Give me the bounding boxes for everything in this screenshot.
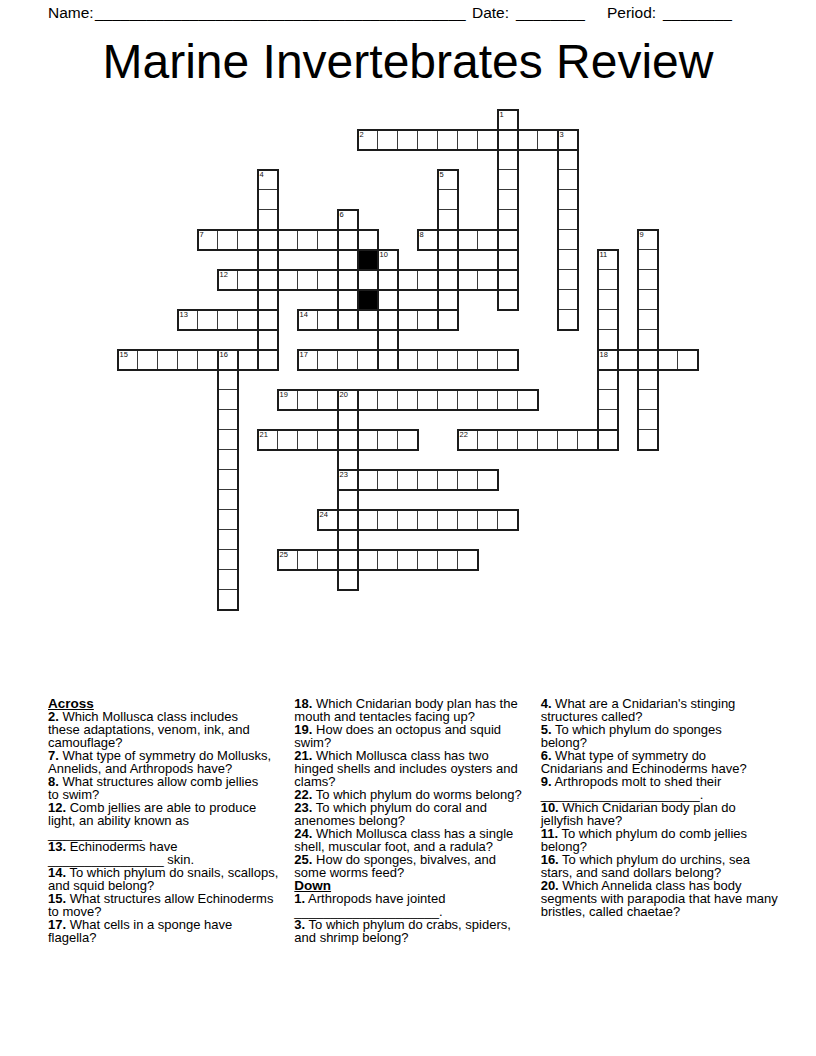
grid-cell[interactable] — [157, 349, 179, 371]
grid-cell[interactable] — [277, 429, 299, 451]
grid-cell[interactable] — [437, 349, 459, 371]
grid-cell[interactable] — [497, 129, 519, 151]
grid-cell[interactable] — [477, 509, 499, 531]
grid-cell[interactable] — [377, 349, 399, 371]
grid-cell[interactable] — [337, 289, 359, 311]
grid-cell[interactable] — [457, 269, 479, 291]
grid-cell[interactable] — [217, 569, 239, 591]
grid-cell[interactable] — [417, 269, 439, 291]
clue-text: To which phylum do comb jellies belong? — [541, 826, 747, 854]
grid-cell[interactable] — [317, 429, 339, 451]
grid-cell[interactable] — [517, 429, 539, 451]
grid-cell[interactable] — [397, 429, 419, 451]
grid-cell[interactable] — [497, 429, 519, 451]
grid-cell[interactable] — [217, 529, 239, 551]
grid-cell[interactable] — [557, 169, 579, 191]
grid-cell[interactable] — [557, 209, 579, 231]
name-label: Name: — [48, 4, 94, 22]
grid-cell[interactable] — [337, 509, 359, 531]
across-clue-2: 2. Which Mollusca class includes these a… — [48, 710, 286, 749]
grid-cell[interactable] — [117, 349, 139, 371]
grid-cell[interactable] — [557, 129, 579, 151]
clue-text: Which Cnidarian body plan has the mouth … — [294, 696, 517, 724]
grid-cell[interactable] — [517, 129, 539, 151]
grid-cell[interactable] — [497, 149, 519, 171]
grid-cell[interactable] — [337, 569, 359, 591]
grid-cell[interactable] — [357, 469, 379, 491]
grid-cell[interactable] — [257, 269, 279, 291]
grid-cell[interactable] — [337, 309, 359, 331]
grid-cell[interactable] — [257, 289, 279, 311]
grid-cell[interactable] — [317, 389, 339, 411]
grid-cell[interactable] — [197, 229, 219, 251]
grid-cell[interactable] — [457, 429, 479, 451]
grid-cell[interactable] — [217, 349, 239, 371]
grid-cell[interactable] — [217, 409, 239, 431]
grid-cell[interactable] — [337, 489, 359, 511]
grid-cell[interactable] — [477, 389, 499, 411]
grid-cell[interactable] — [297, 269, 319, 291]
grid-cell[interactable] — [277, 229, 299, 251]
grid-cell[interactable] — [237, 229, 259, 251]
grid-cell[interactable] — [397, 549, 419, 571]
grid-cell[interactable] — [537, 429, 559, 451]
grid-cell[interactable] — [397, 509, 419, 531]
date-blank-line[interactable]: ________ — [516, 4, 585, 22]
clue-text: Which Annelida class has body segments w… — [541, 878, 778, 919]
grid-cell[interactable] — [337, 269, 359, 291]
grid-cell[interactable] — [257, 249, 279, 271]
grid-cell[interactable] — [257, 169, 279, 191]
grid-cell[interactable] — [377, 249, 399, 271]
grid-cell[interactable] — [397, 469, 419, 491]
grid-cell[interactable] — [217, 429, 239, 451]
grid-cell[interactable] — [557, 189, 579, 211]
grid-cell[interactable] — [597, 429, 619, 451]
grid-cell[interactable] — [337, 549, 359, 571]
grid-cell[interactable] — [337, 529, 359, 551]
grid-cell[interactable] — [597, 269, 619, 291]
grid-cell[interactable] — [397, 129, 419, 151]
crossword-worksheet: Name: __________________________________… — [0, 0, 816, 1056]
grid-cell[interactable] — [357, 309, 379, 331]
grid-cell[interactable] — [517, 389, 539, 411]
name-blank-line[interactable]: ________________________________________… — [95, 4, 466, 22]
page-title: Marine Invertebrates Review — [0, 36, 816, 88]
down-clue-3: 3. To which phylum do crabs, spiders, an… — [294, 918, 532, 944]
grid-cell[interactable] — [357, 229, 379, 251]
clue-text: Which Mollusca class has two hinged shel… — [294, 748, 517, 789]
grid-cell[interactable] — [437, 389, 459, 411]
grid-cell[interactable] — [317, 229, 339, 251]
grid-cell[interactable] — [637, 249, 659, 271]
grid-cell[interactable] — [457, 229, 479, 251]
grid-cell[interactable] — [377, 549, 399, 571]
down-clue-20: 20. Which Annelida class has body segmen… — [541, 879, 779, 918]
down-clue-4: 4. What are a Cnidarian's stinging struc… — [541, 697, 779, 723]
grid-cell[interactable] — [637, 349, 659, 371]
grid-cell[interactable] — [337, 349, 359, 371]
grid-cell[interactable] — [637, 369, 659, 391]
grid-cell[interactable] — [357, 389, 379, 411]
grid-cell[interactable] — [217, 489, 239, 511]
grid-cell[interactable] — [557, 269, 579, 291]
grid-cell[interactable] — [657, 349, 679, 371]
grid-cell[interactable] — [297, 229, 319, 251]
grid-cell[interactable] — [417, 389, 439, 411]
grid-cell[interactable] — [417, 349, 439, 371]
clue-text: What structures allow Echinoderms to mov… — [48, 891, 273, 919]
grid-cell[interactable] — [357, 429, 379, 451]
grid-cell[interactable] — [397, 349, 419, 371]
grid-cell[interactable] — [317, 309, 339, 331]
grid-cell[interactable] — [477, 429, 499, 451]
across-clue-14: 14. To which phylum do snails, scallops,… — [48, 866, 286, 892]
down-clue-6: 6. What type of symmetry do Cnidarians a… — [541, 749, 779, 775]
down-clue-10: 10. Which Cnidarian body plan do jellyfi… — [541, 801, 779, 827]
grid-cell[interactable] — [417, 509, 439, 531]
grid-cell[interactable] — [217, 229, 239, 251]
across-clue-17: 17. What cells in a sponge have flagella… — [48, 918, 286, 944]
grid-cell[interactable] — [637, 329, 659, 351]
grid-cell[interactable] — [397, 309, 419, 331]
grid-cell[interactable] — [237, 309, 259, 331]
grid-cell[interactable] — [497, 109, 519, 131]
grid-cell[interactable] — [597, 249, 619, 271]
grid-cell[interactable] — [317, 509, 339, 531]
across-clue-12: 12. Comb jellies are able to produce lig… — [48, 801, 286, 840]
grid-cell[interactable] — [437, 289, 459, 311]
grid-cell[interactable] — [297, 349, 319, 371]
grid-cell[interactable] — [637, 229, 659, 251]
clue-text: To which phylum do snails, scallops, and… — [48, 865, 278, 893]
clue-text: Which Mollusca class has a single shell,… — [294, 826, 513, 854]
grid-cell[interactable] — [337, 389, 359, 411]
grid-cell[interactable] — [297, 429, 319, 451]
grid-cell[interactable] — [637, 309, 659, 331]
grid-cell[interactable] — [357, 349, 379, 371]
grid-cell[interactable] — [357, 509, 379, 531]
grid-cell[interactable] — [437, 509, 459, 531]
grid-cell[interactable] — [377, 129, 399, 151]
grid-cell[interactable] — [437, 209, 459, 231]
clue-text: To which phylum do urchins, sea stars, a… — [541, 852, 750, 880]
grid-cell[interactable] — [477, 269, 499, 291]
grid-cell[interactable] — [497, 289, 519, 311]
grid-cell[interactable] — [437, 129, 459, 151]
across-clue-19: 19. How does an octopus and squid swim? — [294, 723, 532, 749]
grid-cell[interactable] — [277, 389, 299, 411]
grid-cell[interactable] — [437, 309, 459, 331]
grid-cell[interactable] — [477, 469, 499, 491]
grid-cell[interactable] — [437, 169, 459, 191]
across-clue-13: 13. Echinoderms have ________________ sk… — [48, 840, 286, 866]
grid-cell[interactable] — [257, 229, 279, 251]
grid-cell[interactable] — [477, 129, 499, 151]
down-clue-9: 9. Arthropods molt to shed their _______… — [541, 775, 779, 801]
grid-cell[interactable] — [497, 509, 519, 531]
grid-cell[interactable] — [637, 269, 659, 291]
grid-cell[interactable] — [197, 349, 219, 371]
period-label: Period: — [607, 4, 656, 22]
clue-text: What structures allow comb jellies to sw… — [48, 774, 258, 802]
grid-cell[interactable] — [197, 309, 219, 331]
grid-cell[interactable] — [217, 549, 239, 571]
grid-cell[interactable] — [397, 269, 419, 291]
grid-cell[interactable] — [417, 549, 439, 571]
grid-cell[interactable] — [277, 549, 299, 571]
clue-text: What cells in a sponge have flagella? — [48, 917, 232, 945]
grid-cell[interactable] — [317, 549, 339, 571]
grid-cell[interactable] — [377, 289, 399, 311]
grid-cell[interactable] — [457, 549, 479, 571]
clue-text: Comb jellies are able to produce light, … — [48, 800, 256, 841]
grid-cell[interactable] — [417, 469, 439, 491]
across-clue-7: 7. What type of symmetry do Mollusks, An… — [48, 749, 286, 775]
grid-cell[interactable] — [377, 269, 399, 291]
across-clue-18: 18. Which Cnidarian body plan has the mo… — [294, 697, 532, 723]
down-clue-16: 16. To which phylum do urchins, sea star… — [541, 853, 779, 879]
grid-cell[interactable] — [597, 309, 619, 331]
grid-cell[interactable] — [337, 429, 359, 451]
grid-cell[interactable] — [377, 509, 399, 531]
grid-cell[interactable] — [217, 509, 239, 531]
grid-cell[interactable] — [337, 249, 359, 271]
down-clue-11: 11. To which phylum do comb jellies belo… — [541, 827, 779, 853]
grid-cell[interactable] — [557, 229, 579, 251]
grid-cell[interactable] — [457, 129, 479, 151]
clue-text: What type of symmetry do Mollusks, Annel… — [48, 748, 271, 776]
grid-cell[interactable] — [597, 289, 619, 311]
grid-cell[interactable] — [557, 249, 579, 271]
clue-text: Which Cnidarian body plan do jellyfish h… — [541, 800, 736, 828]
across-clue-25: 25. How do sponges, bivalves, and some w… — [294, 853, 532, 879]
grid-cell[interactable] — [417, 309, 439, 331]
clue-text: To which phylum do coral and anenomes be… — [294, 800, 487, 828]
clue-text: To which phylum do sponges belong? — [541, 722, 722, 750]
grid-cell[interactable] — [277, 269, 299, 291]
grid-cell[interactable] — [357, 549, 379, 571]
grid-cell[interactable] — [437, 189, 459, 211]
grid-cell[interactable] — [597, 389, 619, 411]
grid-cell[interactable] — [557, 149, 579, 171]
across-clue-15: 15. What structures allow Echinoderms to… — [48, 892, 286, 918]
grid-cell[interactable] — [257, 329, 279, 351]
grid-cell[interactable] — [257, 349, 279, 371]
grid-cell[interactable] — [617, 349, 639, 371]
clue-text: Which Mollusca class includes these adap… — [48, 709, 250, 750]
clue-text: Echinoderms have ________________ skin. — [48, 839, 194, 867]
grid-cell[interactable] — [557, 289, 579, 311]
grid-cell[interactable] — [337, 409, 359, 431]
grid-cell[interactable] — [317, 269, 339, 291]
grid-cell[interactable] — [497, 349, 519, 371]
grid-cell[interactable] — [217, 389, 239, 411]
across-clue-23: 23. To which phylum do coral and anenome… — [294, 801, 532, 827]
clues-section: Across2. Which Mollusca class includes t… — [48, 697, 779, 951]
grid-cell[interactable] — [337, 449, 359, 471]
clue-text: Arthropods molt to shed their __________… — [541, 774, 722, 802]
grid-cell[interactable] — [297, 389, 319, 411]
grid-cell[interactable] — [377, 309, 399, 331]
grid-cell[interactable] — [437, 469, 459, 491]
date-label: Date: — [472, 4, 509, 22]
grid-cell[interactable] — [337, 209, 359, 231]
across-clue-8: 8. What structures allow comb jellies to… — [48, 775, 286, 801]
grid-cell[interactable] — [297, 309, 319, 331]
black-cell — [357, 289, 379, 311]
grid-cell[interactable] — [457, 349, 479, 371]
grid-cell[interactable] — [677, 349, 699, 371]
grid-cell[interactable] — [477, 229, 499, 251]
grid-cell[interactable] — [417, 229, 439, 251]
grid-cell[interactable] — [597, 369, 619, 391]
clue-text: How do sponges, bivalves, and some worms… — [294, 852, 496, 880]
grid-cell[interactable] — [377, 429, 399, 451]
across-clue-21: 21. Which Mollusca class has two hinged … — [294, 749, 532, 788]
grid-cell[interactable] — [397, 389, 419, 411]
grid-cell[interactable] — [177, 349, 199, 371]
grid-cell[interactable] — [497, 209, 519, 231]
grid-cell[interactable] — [377, 469, 399, 491]
grid-cell[interactable] — [317, 349, 339, 371]
grid-cell[interactable] — [597, 349, 619, 371]
grid-cell[interactable] — [637, 409, 659, 431]
grid-cell[interactable] — [457, 509, 479, 531]
grid-cell[interactable] — [257, 189, 279, 211]
grid-cell[interactable] — [257, 209, 279, 231]
grid-cell[interactable] — [637, 289, 659, 311]
grid-cell[interactable] — [357, 129, 379, 151]
grid-cell[interactable] — [297, 549, 319, 571]
grid-cell[interactable] — [257, 309, 279, 331]
grid-cell[interactable] — [457, 389, 479, 411]
crossword-grid: 2781213141517181921222324251345691011162… — [118, 110, 700, 612]
grid-cell[interactable] — [557, 429, 579, 451]
black-cell — [357, 249, 379, 271]
grid-cell[interactable] — [337, 469, 359, 491]
grid-cell[interactable] — [557, 309, 579, 331]
grid-cell[interactable] — [597, 329, 619, 351]
grid-cell[interactable] — [137, 349, 159, 371]
grid-cell[interactable] — [497, 169, 519, 191]
down-clue-5: 5. To which phylum do sponges belong? — [541, 723, 779, 749]
grid-cell[interactable] — [637, 429, 659, 451]
grid-cell[interactable] — [637, 389, 659, 411]
grid-cell[interactable] — [257, 429, 279, 451]
grid-cell[interactable] — [497, 269, 519, 291]
grid-cell[interactable] — [217, 469, 239, 491]
across-clue-24: 24. Which Mollusca class has a single sh… — [294, 827, 532, 853]
grid-cell[interactable] — [437, 249, 459, 271]
clue-text: What are a Cnidarian's stinging structur… — [541, 696, 736, 724]
grid-cell[interactable] — [437, 229, 459, 251]
grid-cell[interactable] — [377, 329, 399, 351]
grid-cell[interactable] — [437, 269, 459, 291]
grid-cell[interactable] — [497, 189, 519, 211]
grid-cell[interactable] — [417, 129, 439, 151]
grid-cell[interactable] — [497, 249, 519, 271]
grid-cell[interactable] — [217, 589, 239, 611]
grid-cell[interactable] — [437, 549, 459, 571]
clue-text: To which phylum do crabs, spiders, and s… — [294, 917, 511, 945]
grid-cell[interactable] — [337, 229, 359, 251]
clue-text: How does an octopus and squid swim? — [294, 722, 501, 750]
clue-text: What type of symmetry do Cnidarians and … — [541, 748, 747, 776]
grid-cell[interactable] — [217, 269, 239, 291]
grid-cell[interactable] — [357, 269, 379, 291]
grid-cell[interactable] — [237, 349, 259, 371]
period-blank-line[interactable]: ________ — [663, 4, 732, 22]
grid-cell[interactable] — [457, 469, 479, 491]
grid-cell[interactable] — [477, 349, 499, 371]
grid-cell[interactable] — [497, 229, 519, 251]
grid-cell[interactable] — [497, 389, 519, 411]
grid-cell[interactable] — [217, 449, 239, 471]
grid-cell[interactable] — [217, 309, 239, 331]
grid-cell[interactable] — [577, 429, 599, 451]
clue-text: Arthropods have jointed ________________… — [294, 891, 445, 919]
grid-cell[interactable] — [177, 309, 199, 331]
grid-cell[interactable] — [377, 389, 399, 411]
grid-cell[interactable] — [217, 369, 239, 391]
grid-cell[interactable] — [537, 129, 559, 151]
grid-cell[interactable] — [237, 269, 259, 291]
grid-cell[interactable] — [597, 409, 619, 431]
down-clue-1: 1. Arthropods have jointed _____________… — [294, 892, 532, 918]
